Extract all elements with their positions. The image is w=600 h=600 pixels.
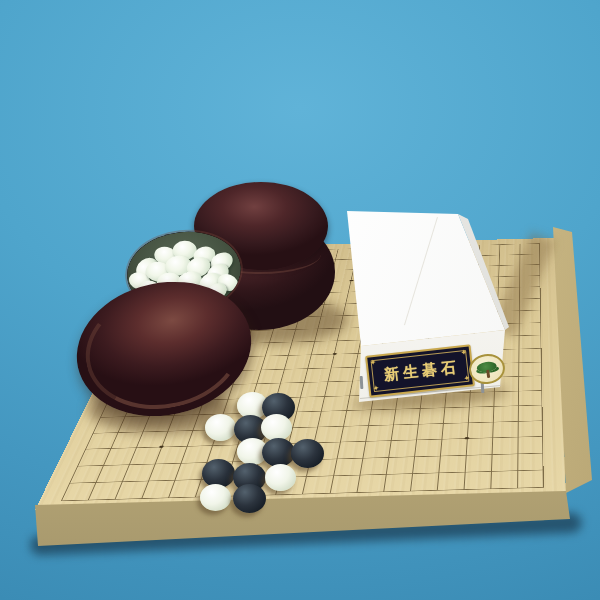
black-stone [233, 484, 266, 513]
black-stone [291, 439, 324, 468]
box-slit-left [360, 376, 364, 389]
black-stone [202, 459, 235, 488]
black-stone [262, 438, 295, 467]
white-stone [205, 414, 236, 441]
white-stone [200, 484, 231, 511]
white-stone [265, 464, 296, 491]
white-stone [261, 414, 292, 441]
go-set-product-photo: ✦ ✦ ✦ ✦ 新生碁石 [0, 0, 600, 600]
